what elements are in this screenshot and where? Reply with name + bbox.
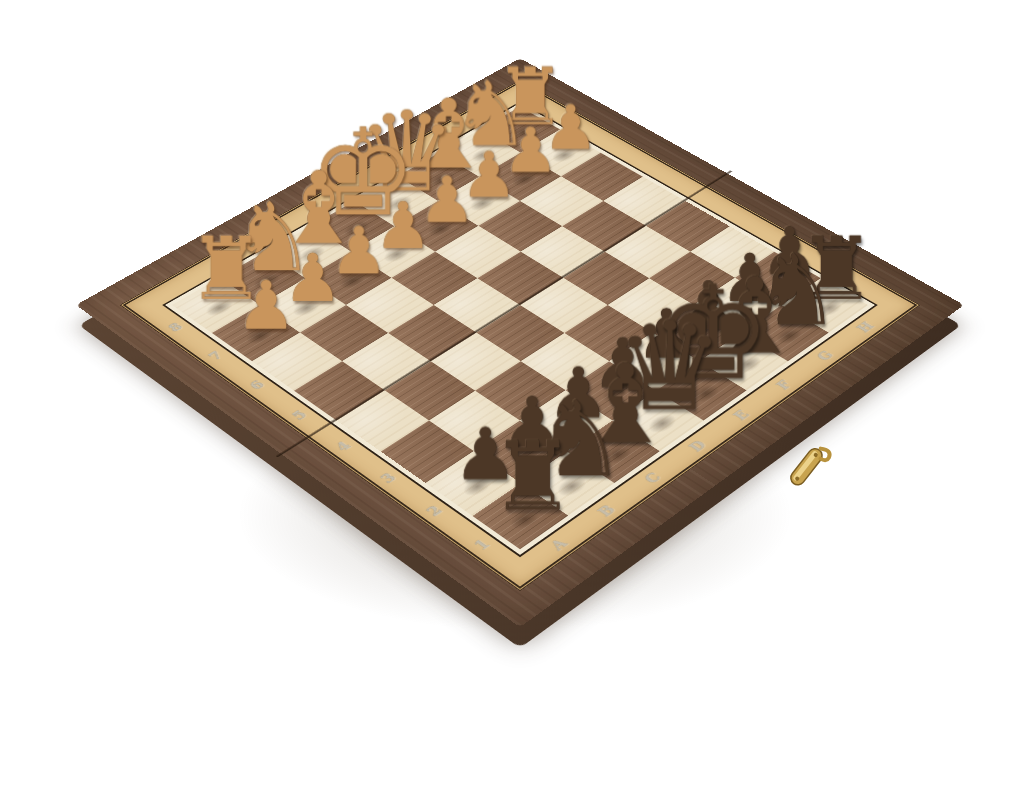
square-f5[interactable] — [520, 226, 605, 278]
white-pawn[interactable]: ♟ — [236, 273, 296, 340]
square-c6[interactable] — [346, 278, 433, 333]
brass-latch-icon — [778, 440, 840, 500]
black-rook[interactable]: ♜ — [490, 429, 575, 524]
square-d5[interactable] — [433, 278, 520, 333]
product-photo-scene: ♜♞♝♚♛♝♞♜♟♟♟♟♟♟♟♟♟♟♟♟♟♟♟♟♜♞♝♛♚♝♞♜ 1234567… — [0, 0, 1020, 797]
product-photo: { "game": "chess", "title": "Wooden fold… — [0, 0, 1020, 797]
